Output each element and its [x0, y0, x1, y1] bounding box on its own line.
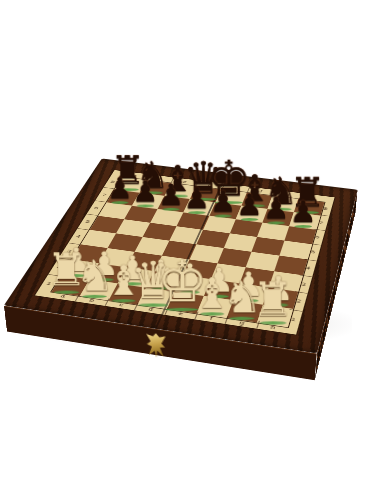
- chess-board-3d: ♜♞♝♛♚♝♞♜♟♟♟♟♟♟♟♟♟♟♟♟♟♟♟♟♜♞♝♛♚♝♞♜ abcdefg…: [4, 159, 358, 354]
- square-e6: [203, 216, 236, 234]
- square-c6: [150, 209, 183, 226]
- black-pawn: ♟: [184, 183, 211, 213]
- square-g5: [251, 237, 284, 256]
- coord-label-4: 4: [300, 259, 317, 277]
- black-pawn: ♟: [263, 193, 290, 223]
- brass-clasp-icon: [146, 332, 166, 359]
- black-pawn: ♟: [158, 180, 185, 210]
- black-pawn: ♟: [107, 174, 133, 203]
- playing-grid: ♜♞♝♛♚♝♞♜♟♟♟♟♟♟♟♟♟♟♟♟♟♟♟♟♜♞♝♛♚♝♞♜: [50, 177, 325, 328]
- white-rook: ♜: [252, 277, 294, 324]
- black-pawn: ♟: [132, 177, 158, 206]
- black-pawn: ♟: [236, 190, 263, 220]
- black-pawn: ♟: [210, 187, 237, 217]
- chess-set: ♜♞♝♛♚♝♞♜♟♟♟♟♟♟♟♟♟♟♟♟♟♟♟♟♜♞♝♛♚♝♞♜ abcdefg…: [0, 0, 375, 500]
- coordinate-band: ♜♞♝♛♚♝♞♜♟♟♟♟♟♟♟♟♟♟♟♟♟♟♟♟♜♞♝♛♚♝♞♜ abcdefg…: [34, 170, 336, 336]
- black-pawn: ♟: [290, 197, 317, 227]
